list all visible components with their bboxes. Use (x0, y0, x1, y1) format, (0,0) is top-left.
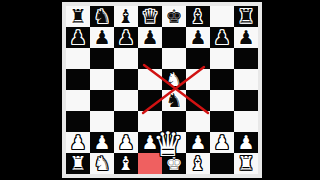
black-bishop-c8[interactable]: ♝ (117, 7, 134, 26)
square-c1[interactable]: ♝ (114, 153, 138, 174)
square-h5[interactable] (234, 69, 258, 90)
square-a5[interactable] (66, 69, 90, 90)
square-c2[interactable]: ♟ (114, 132, 138, 153)
square-e6[interactable] (162, 48, 186, 69)
square-h4[interactable] (234, 90, 258, 111)
black-rook-h8[interactable]: ♜ (237, 7, 254, 26)
square-d5[interactable] (138, 69, 162, 90)
square-f2[interactable]: ♟ (186, 132, 210, 153)
square-g1[interactable] (210, 153, 234, 174)
black-pawn-b7[interactable]: ♟ (93, 28, 110, 47)
square-g2[interactable]: ♟ (210, 132, 234, 153)
square-b1[interactable]: ♞ (90, 153, 114, 174)
square-h6[interactable] (234, 48, 258, 69)
square-a1[interactable]: ♜ (66, 153, 90, 174)
square-h1[interactable]: ♜ (234, 153, 258, 174)
square-f1[interactable]: ♝ (186, 153, 210, 174)
square-e5[interactable]: ♞ (162, 69, 186, 90)
white-pawn-g2[interactable]: ♟ (213, 133, 230, 152)
square-a2[interactable]: ♟ (66, 132, 90, 153)
square-g8[interactable] (210, 6, 234, 27)
square-h3[interactable] (234, 111, 258, 132)
white-bishop-f1[interactable]: ♝ (189, 154, 206, 173)
white-pawn-b2[interactable]: ♟ (93, 133, 110, 152)
square-c5[interactable] (114, 69, 138, 90)
square-b3[interactable] (90, 111, 114, 132)
square-e4[interactable]: ♞ (162, 90, 186, 111)
square-f6[interactable] (186, 48, 210, 69)
black-pawn-c7[interactable]: ♟ (117, 28, 134, 47)
square-c7[interactable]: ♟ (114, 27, 138, 48)
square-b8[interactable]: ♞ (90, 6, 114, 27)
white-pawn-a2[interactable]: ♟ (69, 133, 86, 152)
square-g6[interactable] (210, 48, 234, 69)
square-g3[interactable] (210, 111, 234, 132)
square-e8[interactable]: ♚ (162, 6, 186, 27)
chess-board-frame: ♜♞♝♛♚♝♜♟♟♟♟♟♟♟♞♞♟♟♟♟♟♟♟♜♞♝♚♝♜ ♛ (62, 2, 262, 178)
square-d8[interactable]: ♛ (138, 6, 162, 27)
white-pawn-c2[interactable]: ♟ (117, 133, 134, 152)
square-f5[interactable] (186, 69, 210, 90)
app-background: ♜♞♝♛♚♝♜♟♟♟♟♟♟♟♞♞♟♟♟♟♟♟♟♜♞♝♚♝♜ ♛ (0, 0, 320, 180)
white-rook-a1[interactable]: ♜ (69, 154, 86, 173)
black-pawn-d7[interactable]: ♟ (141, 28, 158, 47)
square-g5[interactable] (210, 69, 234, 90)
dragged-white-queen[interactable]: ♛ (148, 124, 188, 164)
square-h7[interactable]: ♟ (234, 27, 258, 48)
square-a4[interactable] (66, 90, 90, 111)
square-b6[interactable] (90, 48, 114, 69)
white-knight-b1[interactable]: ♞ (93, 154, 110, 173)
black-bishop-f8[interactable]: ♝ (189, 7, 206, 26)
black-knight-b8[interactable]: ♞ (93, 7, 110, 26)
square-f8[interactable]: ♝ (186, 6, 210, 27)
black-queen-d8[interactable]: ♛ (141, 7, 158, 26)
square-f3[interactable] (186, 111, 210, 132)
square-b7[interactable]: ♟ (90, 27, 114, 48)
black-king-e8[interactable]: ♚ (165, 7, 182, 26)
square-d7[interactable]: ♟ (138, 27, 162, 48)
square-b4[interactable] (90, 90, 114, 111)
square-b5[interactable] (90, 69, 114, 90)
square-e7[interactable] (162, 27, 186, 48)
square-c6[interactable] (114, 48, 138, 69)
square-c3[interactable] (114, 111, 138, 132)
white-rook-h1[interactable]: ♜ (237, 154, 254, 173)
white-knight-e5[interactable]: ♞ (165, 70, 182, 89)
square-b2[interactable]: ♟ (90, 132, 114, 153)
white-bishop-c1[interactable]: ♝ (117, 154, 134, 173)
black-pawn-h7[interactable]: ♟ (237, 28, 254, 47)
white-pawn-h2[interactable]: ♟ (237, 133, 254, 152)
square-f4[interactable] (186, 90, 210, 111)
black-pawn-g7[interactable]: ♟ (213, 28, 230, 47)
square-a7[interactable]: ♟ (66, 27, 90, 48)
square-h2[interactable]: ♟ (234, 132, 258, 153)
square-a3[interactable] (66, 111, 90, 132)
black-rook-a8[interactable]: ♜ (69, 7, 86, 26)
square-g4[interactable] (210, 90, 234, 111)
square-a6[interactable] (66, 48, 90, 69)
square-a8[interactable]: ♜ (66, 6, 90, 27)
square-f7[interactable]: ♟ (186, 27, 210, 48)
square-g7[interactable]: ♟ (210, 27, 234, 48)
square-h8[interactable]: ♜ (234, 6, 258, 27)
white-pawn-f2[interactable]: ♟ (189, 133, 206, 152)
square-d4[interactable] (138, 90, 162, 111)
square-c4[interactable] (114, 90, 138, 111)
black-pawn-a7[interactable]: ♟ (69, 28, 86, 47)
black-pawn-f7[interactable]: ♟ (189, 28, 206, 47)
square-d6[interactable] (138, 48, 162, 69)
square-c8[interactable]: ♝ (114, 6, 138, 27)
black-knight-e4[interactable]: ♞ (165, 91, 182, 110)
